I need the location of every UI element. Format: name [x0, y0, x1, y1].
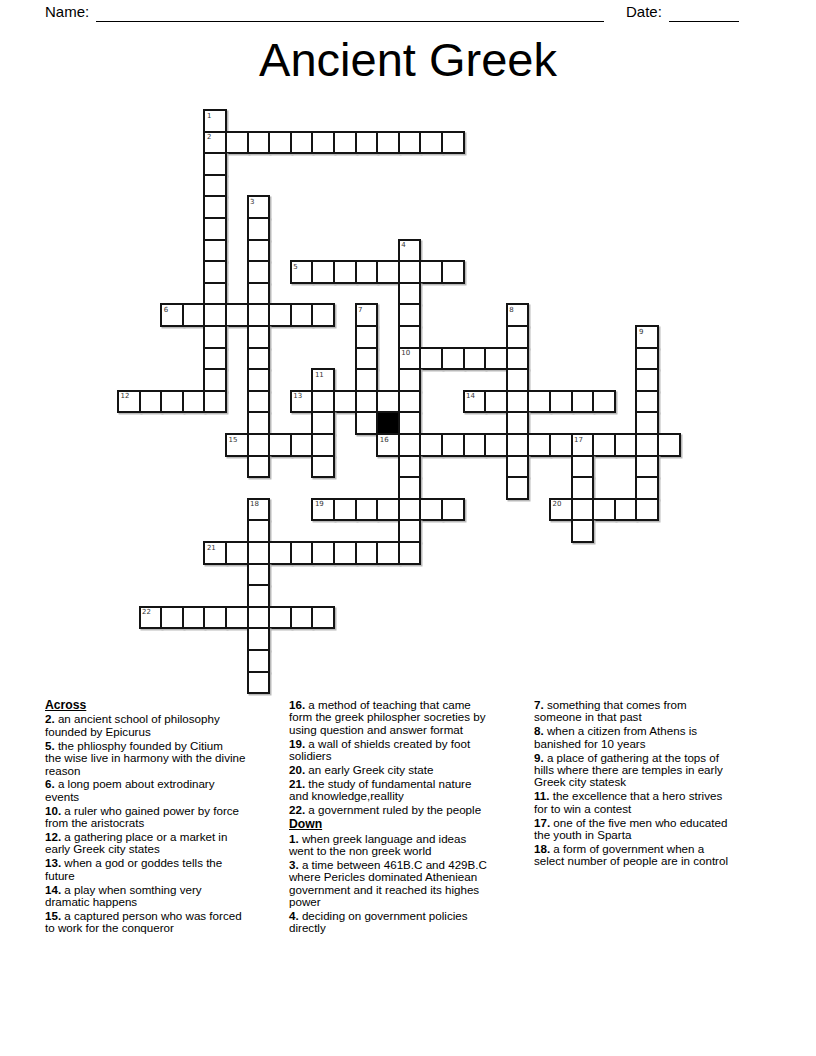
cell-c4-r5[interactable]	[203, 217, 227, 241]
cell-c18-r10[interactable]	[506, 325, 530, 349]
clue-number-label: 9.	[534, 751, 544, 764]
clue-number-label: 12.	[45, 830, 61, 843]
cell-c4-r2[interactable]	[203, 152, 227, 176]
cell-c13-r7[interactable]	[398, 260, 422, 284]
cell-c13-r11[interactable]: 10	[398, 347, 422, 371]
cell-c9-r14[interactable]	[311, 411, 335, 435]
cell-c15-r7[interactable]	[441, 260, 465, 284]
cell-c6-r21[interactable]	[247, 563, 271, 587]
clue-9: 9. a place of gathering at the tops of h…	[534, 752, 780, 789]
clue-4: 4. deciding on government policies direc…	[289, 910, 535, 935]
cell-c11-r7[interactable]	[355, 260, 379, 284]
clue-column-2: 16. a method of teaching that came form …	[289, 699, 535, 936]
cell-c4-r0[interactable]: 1	[203, 109, 227, 133]
clue-number-label: 10.	[45, 804, 61, 817]
cell-c13-r10[interactable]	[398, 325, 422, 349]
cell-c18-r16[interactable]	[506, 455, 530, 479]
cell-c9-r13[interactable]	[311, 390, 335, 414]
worksheet-page: Name: Date: Ancient Greek 12345678910111…	[0, 0, 816, 1056]
cell-c24-r16[interactable]	[635, 455, 659, 479]
cell-c6-r8[interactable]	[247, 282, 271, 306]
cell-c6-r25[interactable]	[247, 649, 271, 673]
cell-c18-r14[interactable]	[506, 411, 530, 435]
clue-number-label: 16.	[289, 698, 305, 711]
cell-c6-r4[interactable]: 3	[247, 195, 271, 219]
date-blank-line	[669, 0, 739, 22]
cell-number-14: 14	[466, 392, 475, 400]
cell-number-8: 8	[509, 306, 513, 314]
cell-c4-r9[interactable]	[203, 303, 227, 327]
cell-c3-r13[interactable]	[182, 390, 206, 414]
cell-number-15: 15	[229, 436, 238, 444]
clue-number-label: 19.	[289, 737, 305, 750]
cell-c9-r23[interactable]	[311, 606, 335, 630]
cell-c5-r9[interactable]	[225, 303, 249, 327]
cell-c5-r20[interactable]	[225, 541, 249, 565]
cell-number-17: 17	[574, 436, 583, 444]
cell-c7-r9[interactable]	[268, 303, 292, 327]
cell-c13-r17[interactable]	[398, 476, 422, 500]
cell-c18-r9[interactable]: 8	[506, 303, 530, 327]
cell-c9-r12[interactable]: 11	[311, 368, 335, 392]
cell-c6-r14[interactable]	[247, 411, 271, 435]
cell-c14-r1[interactable]	[419, 131, 443, 155]
cell-c17-r11[interactable]	[484, 347, 508, 371]
cell-c6-r12[interactable]	[247, 368, 271, 392]
clue-17: 17. one of the five men who educated the…	[534, 817, 780, 842]
cell-c4-r4[interactable]	[203, 195, 227, 219]
cell-c10-r1[interactable]	[333, 131, 357, 155]
clue-text: a form of government when a select numbe…	[534, 842, 728, 867]
cell-c2-r13[interactable]	[160, 390, 184, 414]
cell-number-4: 4	[401, 241, 405, 249]
cell-number-5: 5	[293, 263, 297, 271]
clue-number-label: 8.	[534, 724, 544, 737]
clue-18: 18. a form of government when a select n…	[534, 843, 780, 868]
cell-number-6: 6	[164, 306, 168, 314]
cell-c12-r13[interactable]	[376, 390, 400, 414]
clue-number-label: 13.	[45, 856, 61, 869]
cell-c18-r17[interactable]	[506, 476, 530, 500]
cell-c13-r19[interactable]	[398, 519, 422, 543]
clue-20: 20. an early Greek city state	[289, 764, 535, 776]
clue-7: 7. something that comes from someone in …	[534, 699, 780, 724]
cell-c7-r15[interactable]	[268, 433, 292, 457]
cell-c14-r15[interactable]	[419, 433, 443, 457]
clue-11: 11. the excellence that a hero strives f…	[534, 790, 780, 815]
cell-c24-r18[interactable]	[635, 498, 659, 522]
cell-c6-r16[interactable]	[247, 455, 271, 479]
clue-text: when a citizen from Athens is banished f…	[534, 724, 697, 749]
cell-c22-r15[interactable]	[592, 433, 616, 457]
clue-text: a long poem about extrodinary events	[45, 777, 215, 802]
cell-c19-r15[interactable]	[527, 433, 551, 457]
cell-c6-r13[interactable]	[247, 390, 271, 414]
cell-c21-r17[interactable]	[571, 476, 595, 500]
clue-number-label: 18.	[534, 842, 550, 855]
cell-c6-r26[interactable]	[247, 671, 271, 695]
cell-c24-r10[interactable]: 9	[635, 325, 659, 349]
cell-c13-r13[interactable]	[398, 390, 422, 414]
cell-c2-r23[interactable]	[160, 606, 184, 630]
cell-c13-r12[interactable]	[398, 368, 422, 392]
cell-c20-r13[interactable]	[549, 390, 573, 414]
cell-c9-r18[interactable]: 19	[311, 498, 335, 522]
clue-number-label: 17.	[534, 816, 550, 829]
cell-c6-r15[interactable]	[247, 433, 271, 457]
cell-c9-r1[interactable]	[311, 131, 335, 155]
cell-c17-r13[interactable]	[484, 390, 508, 414]
crossword-grid: 12345678910111213141516171819202122	[118, 110, 682, 696]
cell-c22-r13[interactable]	[592, 390, 616, 414]
clue-text: a captured person who was forced to work…	[45, 909, 242, 934]
clue-text: a ruler who gained power by force from t…	[45, 804, 239, 829]
cell-c15-r1[interactable]	[441, 131, 465, 155]
cell-c18-r15[interactable]	[506, 433, 530, 457]
cell-c12-r1[interactable]	[376, 131, 400, 155]
cell-c14-r18[interactable]	[419, 498, 443, 522]
cell-c6-r18[interactable]: 18	[247, 498, 271, 522]
cell-c14-r7[interactable]	[419, 260, 443, 284]
cell-c12-r7[interactable]	[376, 260, 400, 284]
cell-c23-r18[interactable]	[614, 498, 638, 522]
cell-c4-r23[interactable]	[203, 606, 227, 630]
page-title: Ancient Greek	[0, 32, 816, 87]
cell-number-16: 16	[380, 436, 389, 444]
clue-number-label: 14.	[45, 883, 61, 896]
cell-number-3: 3	[250, 198, 254, 206]
clue-22: 22. a government ruled by the people	[289, 804, 535, 816]
cell-c12-r18[interactable]	[376, 498, 400, 522]
cell-c2-r9[interactable]: 6	[160, 303, 184, 327]
cell-c10-r13[interactable]	[333, 390, 357, 414]
cell-number-11: 11	[315, 371, 324, 379]
clues-down-header: Down	[289, 818, 535, 830]
clue-number-label: 4.	[289, 909, 299, 922]
cell-c16-r15[interactable]	[463, 433, 487, 457]
cell-c8-r7[interactable]: 5	[290, 260, 314, 284]
name-label: Name:	[45, 3, 89, 20]
cell-c12-r15[interactable]: 16	[376, 433, 400, 457]
cell-c11-r12[interactable]	[355, 368, 379, 392]
cell-c4-r1[interactable]: 2	[203, 131, 227, 155]
name-blank-line	[96, 0, 604, 22]
cell-number-2: 2	[207, 133, 211, 141]
cell-c11-r14[interactable]	[355, 411, 379, 435]
cell-c16-r13[interactable]: 14	[463, 390, 487, 414]
cell-c20-r18[interactable]: 20	[549, 498, 573, 522]
cell-c9-r7[interactable]	[311, 260, 335, 284]
cell-c6-r24[interactable]	[247, 627, 271, 651]
clue-number-label: 21.	[289, 777, 305, 790]
clue-text: one of the five men who educated the you…	[534, 816, 727, 841]
clue-number-label: 20.	[289, 763, 305, 776]
cell-c6-r5[interactable]	[247, 217, 271, 241]
cell-c13-r9[interactable]	[398, 303, 422, 327]
cell-c7-r20[interactable]	[268, 541, 292, 565]
cell-c8-r23[interactable]	[290, 606, 314, 630]
clue-1: 1. when greek language and ideas went to…	[289, 833, 535, 858]
clue-text: a government ruled by the people	[305, 803, 481, 816]
clue-number-label: 11.	[534, 789, 549, 802]
cell-c21-r15[interactable]: 17	[571, 433, 595, 457]
cell-c13-r15[interactable]	[398, 433, 422, 457]
cell-c21-r13[interactable]	[571, 390, 595, 414]
cell-c20-r15[interactable]	[549, 433, 573, 457]
clue-text: a method of teaching that came form the …	[289, 698, 486, 736]
clue-text: when a god or goddes tells the future	[45, 856, 222, 881]
clues-across-header: Across	[45, 699, 291, 711]
clue-text: the excellence that a hero strives for t…	[534, 789, 722, 814]
cell-c4-r20[interactable]: 21	[203, 541, 227, 565]
clue-2: 2. an ancient school of philosophy found…	[45, 713, 291, 738]
cell-c1-r13[interactable]	[139, 390, 163, 414]
cell-c18-r12[interactable]	[506, 368, 530, 392]
clue-text: an ancient school of philosophy founded …	[45, 712, 220, 737]
black-cell-c12-r14	[376, 411, 400, 435]
clue-text: the study of fundamental nature and know…	[289, 777, 471, 802]
cell-c24-r17[interactable]	[635, 476, 659, 500]
date-label: Date:	[626, 3, 662, 20]
clue-8: 8. when a citizen from Athens is banishe…	[534, 725, 780, 750]
clue-21: 21. the study of fundamental nature and …	[289, 778, 535, 803]
cell-c4-r11[interactable]	[203, 347, 227, 371]
cell-number-12: 12	[121, 392, 130, 400]
cell-c17-r15[interactable]	[484, 433, 508, 457]
cell-number-18: 18	[250, 500, 259, 508]
cell-c4-r10[interactable]	[203, 325, 227, 349]
cell-c4-r6[interactable]	[203, 239, 227, 263]
cell-c9-r9[interactable]	[311, 303, 335, 327]
cell-c13-r14[interactable]	[398, 411, 422, 435]
cell-c6-r10[interactable]	[247, 325, 271, 349]
cell-c11-r11[interactable]	[355, 347, 379, 371]
cell-number-13: 13	[293, 392, 302, 400]
cell-c15-r11[interactable]	[441, 347, 465, 371]
cell-c13-r18[interactable]	[398, 498, 422, 522]
cell-c22-r18[interactable]	[592, 498, 616, 522]
cell-c6-r20[interactable]	[247, 541, 271, 565]
clue-text: something that comes from someone in tha…	[534, 698, 687, 723]
cell-c4-r7[interactable]	[203, 260, 227, 284]
clue-13: 13. when a god or goddes tells the futur…	[45, 857, 291, 882]
clue-number-label: 6.	[45, 777, 55, 790]
cell-c6-r22[interactable]	[247, 584, 271, 608]
cell-c8-r1[interactable]	[290, 131, 314, 155]
cell-c13-r6[interactable]: 4	[398, 239, 422, 263]
cell-c6-r7[interactable]	[247, 260, 271, 284]
cell-c19-r13[interactable]	[527, 390, 551, 414]
cell-c24-r15[interactable]	[635, 433, 659, 457]
clue-16: 16. a method of teaching that came form …	[289, 699, 535, 736]
cell-c13-r20[interactable]	[398, 541, 422, 565]
clue-text: the phliosphy founded by Citium the wise…	[45, 739, 245, 777]
clue-19: 19. a wall of shields created by foot so…	[289, 738, 535, 763]
cell-c11-r10[interactable]	[355, 325, 379, 349]
clue-column-1: Across2. an ancient school of philosophy…	[45, 699, 291, 936]
cell-c14-r11[interactable]	[419, 347, 443, 371]
cell-number-1: 1	[207, 112, 211, 120]
cell-number-19: 19	[315, 500, 324, 508]
cell-c4-r12[interactable]	[203, 368, 227, 392]
clue-number-label: 1.	[289, 832, 299, 845]
cell-c8-r13[interactable]: 13	[290, 390, 314, 414]
cell-c15-r15[interactable]	[441, 433, 465, 457]
cell-c24-r12[interactable]	[635, 368, 659, 392]
cell-c11-r1[interactable]	[355, 131, 379, 155]
clue-number-label: 3.	[289, 858, 299, 871]
clue-text: a gathering place or a market in early G…	[45, 830, 227, 855]
cell-c5-r23[interactable]	[225, 606, 249, 630]
clue-text: a wall of shields created by foot solidi…	[289, 737, 470, 762]
clue-text: an early Greek city state	[305, 763, 433, 776]
cell-c6-r23[interactable]	[247, 606, 271, 630]
cell-c12-r20[interactable]	[376, 541, 400, 565]
clue-number-label: 15.	[45, 909, 61, 922]
clue-number-label: 7.	[534, 698, 544, 711]
clue-3: 3. a time between 461B.C and 429B.C wher…	[289, 859, 535, 909]
cell-c11-r9[interactable]: 7	[355, 303, 379, 327]
cell-c18-r13[interactable]	[506, 390, 530, 414]
cell-c24-r11[interactable]	[635, 347, 659, 371]
clue-text: a time between 461B.C and 429B.C where P…	[289, 858, 487, 908]
cell-c7-r23[interactable]	[268, 606, 292, 630]
cell-c13-r8[interactable]	[398, 282, 422, 306]
cell-c3-r23[interactable]	[182, 606, 206, 630]
clue-number-label: 5.	[45, 739, 55, 752]
cell-c23-r15[interactable]	[614, 433, 638, 457]
cell-c5-r1[interactable]	[225, 131, 249, 155]
cell-c6-r6[interactable]	[247, 239, 271, 263]
cell-c4-r13[interactable]	[203, 390, 227, 414]
cell-c7-r1[interactable]	[268, 131, 292, 155]
cell-c6-r9[interactable]	[247, 303, 271, 327]
clue-text: when greek language and ideas went to th…	[289, 832, 466, 857]
cell-c15-r18[interactable]	[441, 498, 465, 522]
cell-number-7: 7	[358, 306, 362, 314]
cell-c1-r23[interactable]: 22	[139, 606, 163, 630]
cell-c24-r14[interactable]	[635, 411, 659, 435]
clue-text: a place of gathering at the tops of hill…	[534, 751, 723, 789]
cell-c4-r3[interactable]	[203, 174, 227, 198]
cell-c9-r15[interactable]	[311, 433, 335, 457]
clue-number-label: 22.	[289, 803, 305, 816]
cell-c10-r18[interactable]	[333, 498, 357, 522]
cell-c25-r15[interactable]	[657, 433, 681, 457]
cell-c9-r16[interactable]	[311, 455, 335, 479]
clue-10: 10. a ruler who gained power by force fr…	[45, 805, 291, 830]
cell-c8-r20[interactable]	[290, 541, 314, 565]
cell-c16-r11[interactable]	[463, 347, 487, 371]
cell-c13-r1[interactable]	[398, 131, 422, 155]
clue-14: 14. a play when somthing very dramatic h…	[45, 884, 291, 909]
clue-column-3: 7. something that comes from someone in …	[534, 699, 780, 869]
clue-number-label: 2.	[45, 712, 55, 725]
cell-c8-r15[interactable]	[290, 433, 314, 457]
cell-c10-r20[interactable]	[333, 541, 357, 565]
cell-c0-r13[interactable]: 12	[117, 390, 141, 414]
cell-number-9: 9	[639, 328, 643, 336]
cell-c11-r13[interactable]	[355, 390, 379, 414]
cell-c6-r11[interactable]	[247, 347, 271, 371]
clue-12: 12. a gathering place or a market in ear…	[45, 831, 291, 856]
cell-number-20: 20	[553, 500, 562, 508]
clue-15: 15. a captured person who was forced to …	[45, 910, 291, 935]
cell-number-10: 10	[401, 349, 410, 357]
cell-c4-r8[interactable]	[203, 282, 227, 306]
cell-c13-r16[interactable]	[398, 455, 422, 479]
clue-5: 5. the phliosphy founded by Citium the w…	[45, 740, 291, 777]
cell-c18-r11[interactable]	[506, 347, 530, 371]
cell-c21-r19[interactable]	[571, 519, 595, 543]
cell-c5-r15[interactable]: 15	[225, 433, 249, 457]
cell-c21-r18[interactable]	[571, 498, 595, 522]
clue-6: 6. a long poem about extrodinary events	[45, 778, 291, 803]
cell-c24-r13[interactable]	[635, 390, 659, 414]
cell-c11-r18[interactable]	[355, 498, 379, 522]
clue-text: deciding on government policies directly	[289, 909, 468, 934]
cell-number-21: 21	[207, 544, 216, 552]
cell-c10-r7[interactable]	[333, 260, 357, 284]
clue-text: a play when somthing very dramatic happe…	[45, 883, 202, 908]
cell-c8-r9[interactable]	[290, 303, 314, 327]
cell-c9-r20[interactable]	[311, 541, 335, 565]
cell-number-22: 22	[142, 608, 151, 616]
cell-c11-r20[interactable]	[355, 541, 379, 565]
cell-c3-r9[interactable]	[182, 303, 206, 327]
cell-c6-r1[interactable]	[247, 131, 271, 155]
cell-c6-r19[interactable]	[247, 519, 271, 543]
cell-c21-r16[interactable]	[571, 455, 595, 479]
